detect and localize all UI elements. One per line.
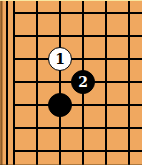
go-board: 12 bbox=[0, 0, 142, 165]
black-stone-2: 2 bbox=[71, 70, 95, 94]
grid-horizontal-line bbox=[13, 150, 142, 152]
grid-horizontal-line bbox=[13, 104, 142, 106]
bottom-edge-shade bbox=[0, 164, 142, 165]
board-left-bevel bbox=[0, 0, 3, 165]
grid-horizontal-line bbox=[13, 12, 142, 14]
grid-horizontal-line bbox=[13, 35, 142, 37]
top-edge-highlight bbox=[0, 0, 142, 1]
white-stone-1: 1 bbox=[48, 47, 72, 71]
grid-horizontal-line bbox=[13, 127, 142, 129]
go-diagram: 12 bbox=[0, 0, 142, 165]
grid-horizontal-line bbox=[13, 58, 142, 60]
board-left-edge-line bbox=[6, 0, 8, 165]
black-stone bbox=[48, 93, 72, 117]
